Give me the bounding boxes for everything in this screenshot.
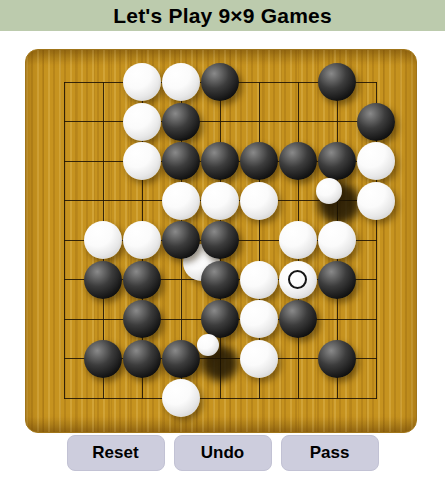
go-app: Let's Play 9×9 Games Reset Undo Pass bbox=[0, 0, 445, 480]
stone-black bbox=[123, 340, 161, 378]
stone-black bbox=[201, 142, 239, 180]
stone-black bbox=[240, 142, 278, 180]
page-title: Let's Play 9×9 Games bbox=[0, 0, 445, 31]
stone-black bbox=[123, 300, 161, 338]
animating-white-stone bbox=[197, 334, 219, 356]
stone-black bbox=[162, 103, 200, 141]
control-bar: Reset Undo Pass bbox=[0, 435, 445, 471]
stone-white bbox=[201, 182, 239, 220]
animating-white-stone bbox=[316, 178, 342, 204]
stone-white bbox=[279, 221, 317, 259]
stone-black bbox=[123, 261, 161, 299]
stone-black bbox=[318, 261, 356, 299]
undo-button[interactable]: Undo bbox=[174, 435, 272, 471]
stone-black bbox=[162, 221, 200, 259]
stone-white bbox=[240, 182, 278, 220]
stone-black bbox=[201, 300, 239, 338]
stone-white bbox=[318, 221, 356, 259]
stone-black bbox=[162, 340, 200, 378]
stone-white bbox=[123, 103, 161, 141]
stone-white bbox=[279, 261, 317, 299]
stone-white bbox=[162, 63, 200, 101]
stone-black bbox=[318, 63, 356, 101]
stone-black bbox=[357, 103, 395, 141]
stone-white bbox=[162, 182, 200, 220]
stone-white bbox=[240, 261, 278, 299]
stone-black bbox=[318, 340, 356, 378]
stone-black bbox=[201, 221, 239, 259]
stone-black bbox=[84, 261, 122, 299]
stone-black bbox=[318, 142, 356, 180]
stone-white bbox=[357, 142, 395, 180]
go-board[interactable] bbox=[25, 49, 417, 433]
stone-black bbox=[279, 300, 317, 338]
stone-white bbox=[123, 142, 161, 180]
stone-white bbox=[240, 340, 278, 378]
stone-black bbox=[201, 261, 239, 299]
stone-black bbox=[201, 63, 239, 101]
stone-white bbox=[240, 300, 278, 338]
stone-black bbox=[84, 340, 122, 378]
reset-button[interactable]: Reset bbox=[67, 435, 165, 471]
stone-black bbox=[279, 142, 317, 180]
stone-white bbox=[357, 182, 395, 220]
stone-white bbox=[84, 221, 122, 259]
stone-black bbox=[162, 142, 200, 180]
stone-white bbox=[162, 379, 200, 417]
stone-white bbox=[123, 63, 161, 101]
pass-button[interactable]: Pass bbox=[281, 435, 379, 471]
stone-white bbox=[123, 221, 161, 259]
last-move-marker bbox=[288, 270, 307, 289]
